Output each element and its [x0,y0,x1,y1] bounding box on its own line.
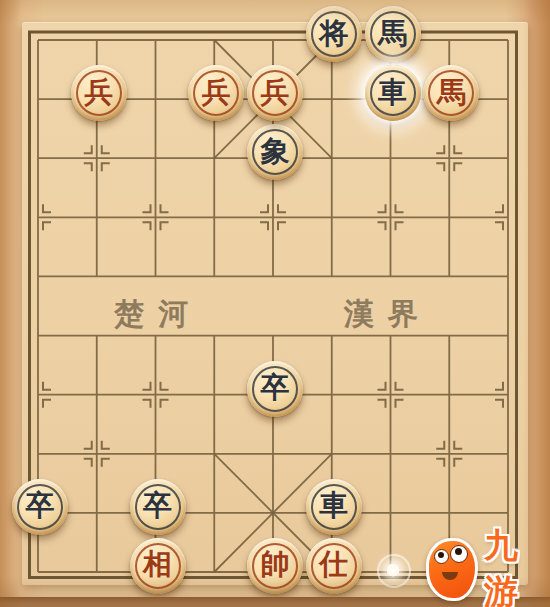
piece-red-soldier[interactable]: 兵 [247,65,303,121]
piece-glyph: 兵 [84,78,113,107]
mascot-mouth-icon [442,572,458,580]
last-move-origin-marker [386,563,400,577]
piece-red-advisor[interactable]: 仕 [306,538,362,594]
piece-glyph: 象 [261,137,290,166]
piece-glyph: 兵 [202,78,231,107]
piece-black-horse[interactable]: 馬 [365,6,421,62]
piece-red-soldier[interactable]: 兵 [71,65,127,121]
piece-black-soldier[interactable]: 卒 [130,479,186,535]
piece-black-general[interactable]: 将 [306,6,362,62]
piece-black-chariot[interactable]: 車 [306,479,362,535]
piece-red-soldier[interactable]: 兵 [188,65,244,121]
piece-red-general[interactable]: 帥 [247,538,303,594]
piece-black-elephant[interactable]: 象 [247,124,303,180]
mascot-left-eye-icon [434,549,449,564]
river-label-right: 漢界 [343,296,432,331]
jiuyou-logo[interactable]: 九游 [426,537,546,601]
piece-black-soldier[interactable]: 卒 [247,361,303,417]
piece-glyph: 車 [319,491,348,520]
piece-glyph: 将 [319,19,348,48]
piece-red-elephant[interactable]: 相 [130,538,186,594]
piece-glyph: 帥 [261,550,290,579]
piece-glyph: 卒 [143,491,172,520]
piece-glyph: 馬 [437,78,466,107]
piece-glyph: 馬 [378,19,407,48]
piece-black-chariot[interactable]: 車 [365,65,421,121]
piece-glyph: 車 [378,78,407,107]
piece-black-soldier[interactable]: 卒 [12,479,68,535]
mascot-right-eye-icon [450,545,468,563]
piece-glyph: 兵 [261,78,290,107]
jiuyou-logo-text: 九游 [484,523,546,607]
piece-glyph: 仕 [319,550,348,579]
jiuyou-mascot-icon [426,538,478,601]
piece-red-horse[interactable]: 馬 [423,65,479,121]
piece-glyph: 卒 [26,491,55,520]
piece-glyph: 相 [143,550,172,579]
xiangqi-board-screen: 楚河 漢界 将馬車象卒卒卒車兵兵兵馬相帥仕 九游 [0,0,550,607]
piece-glyph: 卒 [261,373,290,402]
river-label-left: 楚河 [113,296,202,331]
